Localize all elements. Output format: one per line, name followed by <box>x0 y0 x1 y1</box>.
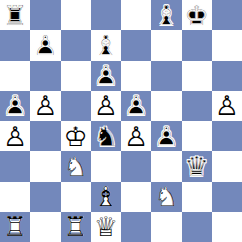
square-d2[interactable]: ♝♗ <box>91 182 121 212</box>
black-bishop-outline: ♗ <box>91 30 121 60</box>
black-bishop-piece[interactable]: ♝ <box>151 0 181 30</box>
square-b2[interactable] <box>30 182 60 212</box>
square-b7[interactable]: ♟♙ <box>30 30 60 60</box>
square-d1[interactable]: ♛♕ <box>91 212 121 242</box>
square-e4[interactable]: ♟♙ <box>121 121 151 151</box>
square-f4[interactable]: ♟♙ <box>151 121 181 151</box>
white-knight-piece[interactable]: ♞ <box>61 151 91 181</box>
white-rook-piece[interactable]: ♜ <box>0 212 30 242</box>
square-h1[interactable] <box>212 212 242 242</box>
square-e1[interactable] <box>121 212 151 242</box>
square-g4[interactable] <box>182 121 212 151</box>
white-pawn-piece[interactable]: ♟ <box>0 121 30 151</box>
square-b3[interactable] <box>30 151 60 181</box>
white-rook-piece[interactable]: ♜ <box>61 212 91 242</box>
white-pawn-piece[interactable]: ♟ <box>121 121 151 151</box>
black-queen-outline: ♕ <box>182 151 212 181</box>
square-b6[interactable] <box>30 61 60 91</box>
square-g5[interactable] <box>182 91 212 121</box>
white-king-piece[interactable]: ♚ <box>61 121 91 151</box>
white-pawn-piece[interactable]: ♟ <box>30 91 60 121</box>
white-pawn-outline: ♙ <box>121 121 151 151</box>
black-pawn-outline: ♙ <box>121 91 151 121</box>
white-knight-outline: ♘ <box>151 182 181 212</box>
black-bishop-piece[interactable]: ♝ <box>91 30 121 60</box>
square-e8[interactable] <box>121 0 151 30</box>
square-b1[interactable] <box>30 212 60 242</box>
black-pawn-piece[interactable]: ♟ <box>91 61 121 91</box>
square-g8[interactable]: ♚♔ <box>182 0 212 30</box>
square-b5[interactable]: ♟♙ <box>30 91 60 121</box>
square-a5[interactable]: ♟♙ <box>0 91 30 121</box>
square-e7[interactable] <box>121 30 151 60</box>
square-d7[interactable]: ♝♗ <box>91 30 121 60</box>
white-queen-outline: ♕ <box>91 212 121 242</box>
square-a1[interactable]: ♜♖ <box>0 212 30 242</box>
square-a6[interactable] <box>0 61 30 91</box>
square-g3[interactable]: ♛♕ <box>182 151 212 181</box>
square-f8[interactable]: ♝♗ <box>151 0 181 30</box>
square-e3[interactable] <box>121 151 151 181</box>
square-g6[interactable] <box>182 61 212 91</box>
square-e6[interactable] <box>121 61 151 91</box>
white-pawn-outline: ♙ <box>91 91 121 121</box>
black-bishop-outline: ♗ <box>151 0 181 30</box>
black-king-outline: ♔ <box>182 0 212 30</box>
square-c7[interactable] <box>61 30 91 60</box>
white-rook-outline: ♖ <box>61 212 91 242</box>
square-d5[interactable]: ♟♙ <box>91 91 121 121</box>
square-b8[interactable] <box>30 0 60 30</box>
black-king-piece[interactable]: ♚ <box>182 0 212 30</box>
black-knight-outline: ♘ <box>91 121 121 151</box>
white-bishop-piece[interactable]: ♝ <box>91 182 121 212</box>
square-a3[interactable] <box>0 151 30 181</box>
square-h6[interactable] <box>212 61 242 91</box>
black-pawn-piece[interactable]: ♟ <box>0 91 30 121</box>
black-pawn-outline: ♙ <box>91 61 121 91</box>
square-h7[interactable] <box>212 30 242 60</box>
white-pawn-outline: ♙ <box>212 91 242 121</box>
white-pawn-outline: ♙ <box>30 91 60 121</box>
chess-board: ♜♖♝♗♚♔♟♙♝♗♟♙♟♙♟♙♟♙♟♙♟♙♟♙♚♔♞♘♟♙♟♙♞♘♛♕♝♗♞♘… <box>0 0 242 242</box>
square-f5[interactable] <box>151 91 181 121</box>
square-d6[interactable]: ♟♙ <box>91 61 121 91</box>
square-a8[interactable]: ♜♖ <box>0 0 30 30</box>
black-pawn-piece[interactable]: ♟ <box>121 91 151 121</box>
square-f2[interactable]: ♞♘ <box>151 182 181 212</box>
square-h4[interactable] <box>212 121 242 151</box>
white-king-outline: ♔ <box>61 121 91 151</box>
white-bishop-outline: ♗ <box>91 182 121 212</box>
square-f1[interactable] <box>151 212 181 242</box>
square-g2[interactable] <box>182 182 212 212</box>
square-d8[interactable] <box>91 0 121 30</box>
square-a7[interactable] <box>0 30 30 60</box>
white-knight-outline: ♘ <box>61 151 91 181</box>
square-h2[interactable] <box>212 182 242 212</box>
square-b4[interactable] <box>30 121 60 151</box>
black-pawn-piece[interactable]: ♟ <box>151 121 181 151</box>
square-h8[interactable] <box>212 0 242 30</box>
white-pawn-piece[interactable]: ♟ <box>91 91 121 121</box>
white-pawn-outline: ♙ <box>0 121 30 151</box>
square-c4[interactable]: ♚♔ <box>61 121 91 151</box>
square-c6[interactable] <box>61 61 91 91</box>
square-h5[interactable]: ♟♙ <box>212 91 242 121</box>
square-f3[interactable] <box>151 151 181 181</box>
square-c5[interactable] <box>61 91 91 121</box>
square-a2[interactable] <box>0 182 30 212</box>
black-rook-outline: ♖ <box>0 0 30 30</box>
square-f6[interactable] <box>151 61 181 91</box>
black-pawn-outline: ♙ <box>30 30 60 60</box>
white-rook-outline: ♖ <box>0 212 30 242</box>
black-pawn-piece[interactable]: ♟ <box>30 30 60 60</box>
square-h3[interactable] <box>212 151 242 181</box>
black-knight-piece[interactable]: ♞ <box>91 121 121 151</box>
square-c2[interactable] <box>61 182 91 212</box>
square-c1[interactable]: ♜♖ <box>61 212 91 242</box>
square-a4[interactable]: ♟♙ <box>0 121 30 151</box>
square-g7[interactable] <box>182 30 212 60</box>
square-d4[interactable]: ♞♘ <box>91 121 121 151</box>
square-c8[interactable] <box>61 0 91 30</box>
black-pawn-outline: ♙ <box>151 121 181 151</box>
square-f7[interactable] <box>151 30 181 60</box>
black-pawn-outline: ♙ <box>0 91 30 121</box>
square-g1[interactable] <box>182 212 212 242</box>
square-d3[interactable] <box>91 151 121 181</box>
square-e2[interactable] <box>121 182 151 212</box>
white-pawn-piece[interactable]: ♟ <box>212 91 242 121</box>
black-queen-piece[interactable]: ♛ <box>182 151 212 181</box>
black-rook-piece[interactable]: ♜ <box>0 0 30 30</box>
square-e5[interactable]: ♟♙ <box>121 91 151 121</box>
white-queen-piece[interactable]: ♛ <box>91 212 121 242</box>
white-knight-piece[interactable]: ♞ <box>151 182 181 212</box>
square-c3[interactable]: ♞♘ <box>61 151 91 181</box>
